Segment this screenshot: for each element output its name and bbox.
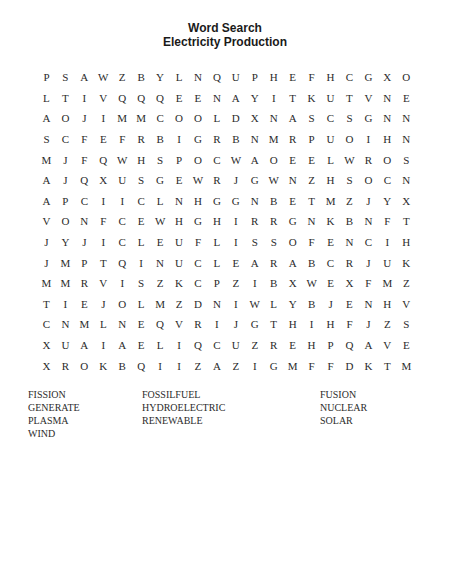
grid-cell-r11c20: Z bbox=[397, 273, 416, 294]
grid-cell-r3c16: C bbox=[321, 108, 340, 129]
grid-cell-r9c14: O bbox=[283, 232, 302, 253]
grid-cell-r11c8: K bbox=[170, 273, 189, 294]
grid-cell-r3c17: S bbox=[340, 108, 359, 129]
grid-cell-r12c4: J bbox=[94, 294, 113, 315]
grid-cell-r1c11: U bbox=[226, 67, 245, 88]
grid-cell-r11c18: F bbox=[359, 273, 378, 294]
grid-cell-r3c7: C bbox=[151, 108, 170, 129]
page-title: Word Search Electricity Production bbox=[0, 21, 450, 49]
word-list-item: FISSION bbox=[28, 388, 80, 401]
grid-cell-r13c16: H bbox=[321, 314, 340, 335]
grid-cell-r2c1: L bbox=[37, 88, 56, 109]
title-line-2: Electricity Production bbox=[0, 35, 450, 49]
grid-cell-r7c6: C bbox=[132, 191, 151, 212]
grid-cell-r10c4: T bbox=[94, 252, 113, 273]
grid-cell-r1c5: Z bbox=[113, 67, 132, 88]
grid-cell-r1c19: X bbox=[378, 67, 397, 88]
grid-cell-r13c17: F bbox=[340, 314, 359, 335]
grid-cell-r8c4: F bbox=[94, 211, 113, 232]
grid-cell-r7c4: I bbox=[94, 191, 113, 212]
grid-cell-r15c14: M bbox=[283, 355, 302, 376]
grid-cell-r1c15: F bbox=[302, 67, 321, 88]
grid-cell-r6c15: Z bbox=[302, 170, 321, 191]
grid-cell-r12c10: N bbox=[207, 294, 226, 315]
grid-cell-r12c3: E bbox=[75, 294, 94, 315]
grid-cell-r6c12: G bbox=[245, 170, 264, 191]
grid-cell-r8c20: T bbox=[397, 211, 416, 232]
grid-cell-r7c19: Y bbox=[378, 191, 397, 212]
grid-cell-r2c8: E bbox=[170, 88, 189, 109]
grid-cell-r10c19: U bbox=[378, 252, 397, 273]
grid-cell-r3c6: M bbox=[132, 108, 151, 129]
grid-cell-r6c13: W bbox=[264, 170, 283, 191]
grid-cell-r3c12: X bbox=[245, 108, 264, 129]
grid-cell-r5c18: R bbox=[359, 149, 378, 170]
word-search-grid: PSAWZBYLNQUPHEFHCGXOLTIVQQQEENAYITKUTVNE… bbox=[37, 67, 416, 376]
grid-cell-r1c16: H bbox=[321, 67, 340, 88]
grid-cell-r14c18: A bbox=[359, 335, 378, 356]
grid-cell-r1c9: N bbox=[189, 67, 208, 88]
grid-cell-r7c15: T bbox=[302, 191, 321, 212]
grid-cell-r3c2: O bbox=[56, 108, 75, 129]
grid-cell-r4c7: B bbox=[151, 129, 170, 150]
grid-cell-r11c11: Z bbox=[226, 273, 245, 294]
grid-cell-r13c14: H bbox=[283, 314, 302, 335]
grid-cell-r3c15: S bbox=[302, 108, 321, 129]
grid-cell-r12c18: N bbox=[359, 294, 378, 315]
grid-cell-r11c14: X bbox=[283, 273, 302, 294]
grid-cell-r4c10: R bbox=[207, 129, 226, 150]
grid-cell-r1c13: H bbox=[264, 67, 283, 88]
grid-cell-r5c15: E bbox=[302, 149, 321, 170]
grid-cell-r8c9: G bbox=[189, 211, 208, 232]
grid-cell-r8c19: F bbox=[378, 211, 397, 232]
grid-cell-r13c3: M bbox=[75, 314, 94, 335]
grid-cell-r14c15: H bbox=[302, 335, 321, 356]
grid-cell-r6c5: U bbox=[113, 170, 132, 191]
grid-cell-r13c10: I bbox=[207, 314, 226, 335]
word-list: FISSIONGENERATEPLASMAWIND FOSSILFUELHYDR… bbox=[0, 388, 450, 448]
grid-cell-r5c1: M bbox=[37, 149, 56, 170]
grid-cell-r14c2: U bbox=[56, 335, 75, 356]
grid-cell-r13c11: J bbox=[226, 314, 245, 335]
grid-cell-r4c13: M bbox=[264, 129, 283, 150]
grid-cell-r6c8: E bbox=[170, 170, 189, 191]
grid-cell-r7c17: Z bbox=[340, 191, 359, 212]
word-list-column-3: FUSIONNUCLEARSOLAR bbox=[320, 388, 367, 427]
grid-cell-r9c9: F bbox=[189, 232, 208, 253]
grid-cell-r9c6: L bbox=[132, 232, 151, 253]
grid-cell-r9c18: C bbox=[359, 232, 378, 253]
grid-cell-r14c1: X bbox=[37, 335, 56, 356]
grid-cell-r4c12: N bbox=[245, 129, 264, 150]
grid-cell-r12c15: B bbox=[302, 294, 321, 315]
grid-cell-r3c8: O bbox=[170, 108, 189, 129]
grid-cell-r4c8: I bbox=[170, 129, 189, 150]
grid-cell-r7c16: M bbox=[321, 191, 340, 212]
grid-cell-r11c5: I bbox=[113, 273, 132, 294]
grid-cell-r3c1: A bbox=[37, 108, 56, 129]
grid-cell-r1c4: W bbox=[94, 67, 113, 88]
grid-cell-r12c11: I bbox=[226, 294, 245, 315]
grid-cell-r4c11: B bbox=[226, 129, 245, 150]
grid-cell-r5c14: E bbox=[283, 149, 302, 170]
grid-cell-r11c15: W bbox=[302, 273, 321, 294]
grid-cell-r15c11: Z bbox=[226, 355, 245, 376]
grid-cell-r14c9: Q bbox=[189, 335, 208, 356]
grid-cell-r12c6: L bbox=[132, 294, 151, 315]
grid-cell-r1c18: G bbox=[359, 67, 378, 88]
grid-cell-r10c3: P bbox=[75, 252, 94, 273]
grid-cell-r9c8: U bbox=[170, 232, 189, 253]
grid-cell-r3c3: J bbox=[75, 108, 94, 129]
grid-cell-r5c7: S bbox=[151, 149, 170, 170]
word-list-item: SOLAR bbox=[320, 414, 367, 427]
grid-cell-r14c7: L bbox=[151, 335, 170, 356]
grid-cell-r15c17: D bbox=[340, 355, 359, 376]
grid-cell-r1c8: L bbox=[170, 67, 189, 88]
grid-cell-r5c13: O bbox=[264, 149, 283, 170]
word-list-item: HYDROELECTRIC bbox=[142, 401, 225, 414]
grid-cell-r8c12: R bbox=[245, 211, 264, 232]
grid-cell-r15c3: O bbox=[75, 355, 94, 376]
grid-cell-r7c3: C bbox=[75, 191, 94, 212]
grid-cell-r14c19: V bbox=[378, 335, 397, 356]
grid-cell-r13c7: Q bbox=[151, 314, 170, 335]
grid-cell-r11c6: S bbox=[132, 273, 151, 294]
grid-cell-r3c11: D bbox=[226, 108, 245, 129]
grid-cell-r10c8: U bbox=[170, 252, 189, 273]
grid-cell-r1c7: Y bbox=[151, 67, 170, 88]
grid-cell-r15c10: A bbox=[207, 355, 226, 376]
grid-cell-r8c16: K bbox=[321, 211, 340, 232]
grid-cell-r5c8: P bbox=[170, 149, 189, 170]
grid-cell-r3c13: N bbox=[264, 108, 283, 129]
grid-cell-r8c7: W bbox=[151, 211, 170, 232]
grid-cell-r12c9: D bbox=[189, 294, 208, 315]
grid-cell-r5c6: H bbox=[132, 149, 151, 170]
grid-cell-r7c2: P bbox=[56, 191, 75, 212]
grid-cell-r1c10: Q bbox=[207, 67, 226, 88]
grid-cell-r10c10: L bbox=[207, 252, 226, 273]
grid-cell-r13c1: C bbox=[37, 314, 56, 335]
grid-cell-r2c14: T bbox=[283, 88, 302, 109]
grid-cell-r12c8: Z bbox=[170, 294, 189, 315]
grid-cell-r14c16: P bbox=[321, 335, 340, 356]
grid-cell-r10c7: N bbox=[151, 252, 170, 273]
grid-cell-r5c4: Q bbox=[94, 149, 113, 170]
word-list-item: FUSION bbox=[320, 388, 367, 401]
grid-cell-r5c2: J bbox=[56, 149, 75, 170]
grid-cell-r12c1: T bbox=[37, 294, 56, 315]
grid-cell-r6c3: Q bbox=[75, 170, 94, 191]
grid-cell-r6c7: G bbox=[151, 170, 170, 191]
grid-cell-r2c3: I bbox=[75, 88, 94, 109]
grid-cell-r14c3: A bbox=[75, 335, 94, 356]
grid-cell-r9c17: N bbox=[340, 232, 359, 253]
grid-cell-r8c18: N bbox=[359, 211, 378, 232]
grid-cell-r15c2: R bbox=[56, 355, 75, 376]
grid-cell-r13c19: Z bbox=[378, 314, 397, 335]
grid-cell-r10c12: A bbox=[245, 252, 264, 273]
grid-cell-r9c19: I bbox=[378, 232, 397, 253]
grid-cell-r6c16: H bbox=[321, 170, 340, 191]
grid-cell-r4c17: O bbox=[340, 129, 359, 150]
grid-cell-r2c12: Y bbox=[245, 88, 264, 109]
grid-cell-r15c18: K bbox=[359, 355, 378, 376]
grid-cell-r15c7: I bbox=[151, 355, 170, 376]
grid-cell-r1c2: S bbox=[56, 67, 75, 88]
grid-cell-r14c14: E bbox=[283, 335, 302, 356]
word-list-item: NUCLEAR bbox=[320, 401, 367, 414]
grid-cell-r12c20: V bbox=[397, 294, 416, 315]
grid-cell-r11c1: M bbox=[37, 273, 56, 294]
grid-cell-r14c11: U bbox=[226, 335, 245, 356]
grid-cell-r1c1: P bbox=[37, 67, 56, 88]
grid-cell-r6c4: X bbox=[94, 170, 113, 191]
grid-cell-r6c2: J bbox=[56, 170, 75, 191]
grid-cell-r8c8: H bbox=[170, 211, 189, 232]
grid-cell-r15c5: B bbox=[113, 355, 132, 376]
grid-cell-r2c20: E bbox=[397, 88, 416, 109]
grid-cell-r6c9: W bbox=[189, 170, 208, 191]
grid-cell-r12c17: E bbox=[340, 294, 359, 315]
grid-cell-r12c5: O bbox=[113, 294, 132, 315]
grid-cell-r8c6: E bbox=[132, 211, 151, 232]
grid-cell-r4c1: S bbox=[37, 129, 56, 150]
grid-cell-r15c4: K bbox=[94, 355, 113, 376]
grid-cell-r9c7: E bbox=[151, 232, 170, 253]
grid-cell-r9c5: C bbox=[113, 232, 132, 253]
grid-cell-r14c5: A bbox=[113, 335, 132, 356]
grid-cell-r4c6: R bbox=[132, 129, 151, 150]
grid-cell-r11c19: M bbox=[378, 273, 397, 294]
grid-cell-r8c15: N bbox=[302, 211, 321, 232]
grid-cell-r5c17: W bbox=[340, 149, 359, 170]
grid-cell-r1c6: B bbox=[132, 67, 151, 88]
grid-cell-r8c2: O bbox=[56, 211, 75, 232]
grid-cell-r2c15: K bbox=[302, 88, 321, 109]
word-search-page: Word Search Electricity Production PSAWZ… bbox=[0, 0, 450, 582]
grid-cell-r15c15: F bbox=[302, 355, 321, 376]
title-line-1: Word Search bbox=[0, 21, 450, 35]
grid-cell-r14c12: Z bbox=[245, 335, 264, 356]
grid-cell-r4c2: C bbox=[56, 129, 75, 150]
grid-cell-r8c11: I bbox=[226, 211, 245, 232]
grid-cell-r7c14: E bbox=[283, 191, 302, 212]
grid-cell-r11c17: X bbox=[340, 273, 359, 294]
grid-cell-r2c11: A bbox=[226, 88, 245, 109]
grid-cell-r9c10: L bbox=[207, 232, 226, 253]
grid-cell-r5c5: W bbox=[113, 149, 132, 170]
grid-cell-r6c14: N bbox=[283, 170, 302, 191]
grid-cell-r6c20: N bbox=[397, 170, 416, 191]
grid-cell-r10c13: R bbox=[264, 252, 283, 273]
grid-cell-r12c7: M bbox=[151, 294, 170, 315]
grid-cell-r13c8: V bbox=[170, 314, 189, 335]
grid-cell-r4c3: F bbox=[75, 129, 94, 150]
grid-cell-r3c20: N bbox=[397, 108, 416, 129]
grid-cell-r5c19: O bbox=[378, 149, 397, 170]
grid-cell-r13c6: E bbox=[132, 314, 151, 335]
grid-cell-r4c9: G bbox=[189, 129, 208, 150]
grid-cell-r10c5: Q bbox=[113, 252, 132, 273]
grid-cell-r6c19: C bbox=[378, 170, 397, 191]
grid-cell-r10c17: R bbox=[340, 252, 359, 273]
grid-cell-r1c12: P bbox=[245, 67, 264, 88]
grid-cell-r10c2: M bbox=[56, 252, 75, 273]
grid-cell-r11c7: Z bbox=[151, 273, 170, 294]
grid-cell-r14c6: E bbox=[132, 335, 151, 356]
grid-cell-r6c10: R bbox=[207, 170, 226, 191]
grid-cell-r2c19: N bbox=[378, 88, 397, 109]
grid-cell-r2c4: V bbox=[94, 88, 113, 109]
grid-cell-r7c20: X bbox=[397, 191, 416, 212]
grid-cell-r15c12: I bbox=[245, 355, 264, 376]
grid-cell-r11c3: R bbox=[75, 273, 94, 294]
grid-cell-r11c9: C bbox=[189, 273, 208, 294]
word-list-item: WIND bbox=[28, 427, 80, 440]
grid-cell-r4c15: P bbox=[302, 129, 321, 150]
grid-cell-r11c10: P bbox=[207, 273, 226, 294]
grid-cell-r1c14: E bbox=[283, 67, 302, 88]
grid-cell-r6c17: S bbox=[340, 170, 359, 191]
grid-cell-r10c14: A bbox=[283, 252, 302, 273]
grid-cell-r2c2: T bbox=[56, 88, 75, 109]
grid-cell-r9c15: F bbox=[302, 232, 321, 253]
grid-cell-r8c14: G bbox=[283, 211, 302, 232]
grid-cell-r3c5: M bbox=[113, 108, 132, 129]
grid-cell-r13c20: S bbox=[397, 314, 416, 335]
grid-cell-r7c8: N bbox=[170, 191, 189, 212]
grid-cell-r14c17: Q bbox=[340, 335, 359, 356]
grid-cell-r7c18: J bbox=[359, 191, 378, 212]
grid-cell-r13c12: G bbox=[245, 314, 264, 335]
word-list-column-2: FOSSILFUELHYDROELECTRICRENEWABLE bbox=[142, 388, 225, 427]
grid-cell-r15c9: Z bbox=[189, 355, 208, 376]
word-list-item: RENEWABLE bbox=[142, 414, 225, 427]
grid-cell-r15c20: M bbox=[397, 355, 416, 376]
grid-cell-r13c9: R bbox=[189, 314, 208, 335]
grid-cell-r3c9: O bbox=[189, 108, 208, 129]
grid-cell-r3c14: A bbox=[283, 108, 302, 129]
grid-cell-r7c1: A bbox=[37, 191, 56, 212]
grid-cell-r4c19: H bbox=[378, 129, 397, 150]
grid-cell-r5c3: F bbox=[75, 149, 94, 170]
grid-cell-r1c20: O bbox=[397, 67, 416, 88]
grid-cell-r13c5: N bbox=[113, 314, 132, 335]
grid-cell-r14c20: E bbox=[397, 335, 416, 356]
grid-cell-r4c14: R bbox=[283, 129, 302, 150]
grid-cell-r10c6: I bbox=[132, 252, 151, 273]
grid-cell-r13c13: T bbox=[264, 314, 283, 335]
grid-cell-r4c4: E bbox=[94, 129, 113, 150]
grid-cell-r2c13: I bbox=[264, 88, 283, 109]
grid-cell-r5c20: S bbox=[397, 149, 416, 170]
grid-cell-r9c2: Y bbox=[56, 232, 75, 253]
grid-cell-r10c1: J bbox=[37, 252, 56, 273]
grid-cell-r7c12: N bbox=[245, 191, 264, 212]
grid-cell-r11c16: E bbox=[321, 273, 340, 294]
grid-cell-r15c8: I bbox=[170, 355, 189, 376]
grid-cell-r6c11: J bbox=[226, 170, 245, 191]
grid-cell-r9c3: J bbox=[75, 232, 94, 253]
grid-cell-r4c5: F bbox=[113, 129, 132, 150]
grid-cell-r15c13: G bbox=[264, 355, 283, 376]
grid-cell-r10c9: C bbox=[189, 252, 208, 273]
grid-cell-r2c10: N bbox=[207, 88, 226, 109]
grid-cell-r3c19: N bbox=[378, 108, 397, 129]
grid-cell-r4c16: U bbox=[321, 129, 340, 150]
grid-cell-r5c16: L bbox=[321, 149, 340, 170]
grid-cell-r7c10: G bbox=[207, 191, 226, 212]
grid-cell-r11c12: I bbox=[245, 273, 264, 294]
grid-cell-r9c12: S bbox=[245, 232, 264, 253]
grid-cell-r12c13: L bbox=[264, 294, 283, 315]
grid-cell-r2c16: U bbox=[321, 88, 340, 109]
grid-cell-r8c10: H bbox=[207, 211, 226, 232]
grid-cell-r7c9: H bbox=[189, 191, 208, 212]
grid-cell-r10c15: B bbox=[302, 252, 321, 273]
grid-cell-r9c4: I bbox=[94, 232, 113, 253]
grid-cell-r12c19: H bbox=[378, 294, 397, 315]
grid-cell-r9c20: H bbox=[397, 232, 416, 253]
grid-cell-r13c18: J bbox=[359, 314, 378, 335]
grid-cell-r3c10: L bbox=[207, 108, 226, 129]
grid-cell-r14c4: I bbox=[94, 335, 113, 356]
grid-cell-r12c2: I bbox=[56, 294, 75, 315]
grid-cell-r5c11: W bbox=[226, 149, 245, 170]
grid-cell-r5c12: A bbox=[245, 149, 264, 170]
grid-cell-r13c15: I bbox=[302, 314, 321, 335]
grid-cell-r3c4: I bbox=[94, 108, 113, 129]
grid-cell-r7c5: I bbox=[113, 191, 132, 212]
grid-cell-r7c13: B bbox=[264, 191, 283, 212]
grid-cell-r8c13: R bbox=[264, 211, 283, 232]
grid-cell-r8c17: B bbox=[340, 211, 359, 232]
grid-cell-r9c1: J bbox=[37, 232, 56, 253]
grid-cell-r14c8: I bbox=[170, 335, 189, 356]
grid-cell-r8c5: C bbox=[113, 211, 132, 232]
grid-cell-r6c18: O bbox=[359, 170, 378, 191]
grid-cell-r8c1: V bbox=[37, 211, 56, 232]
grid-cell-r4c20: N bbox=[397, 129, 416, 150]
grid-cell-r1c17: C bbox=[340, 67, 359, 88]
grid-cell-r11c4: V bbox=[94, 273, 113, 294]
grid-cell-r12c16: J bbox=[321, 294, 340, 315]
grid-cell-r10c11: E bbox=[226, 252, 245, 273]
grid-cell-r9c16: E bbox=[321, 232, 340, 253]
grid-cell-r15c1: X bbox=[37, 355, 56, 376]
grid-cell-r2c7: Q bbox=[151, 88, 170, 109]
grid-cell-r14c13: R bbox=[264, 335, 283, 356]
grid-cell-r10c18: J bbox=[359, 252, 378, 273]
grid-cell-r2c18: V bbox=[359, 88, 378, 109]
grid-cell-r6c1: A bbox=[37, 170, 56, 191]
word-list-item: PLASMA bbox=[28, 414, 80, 427]
grid-cell-r3c18: G bbox=[359, 108, 378, 129]
grid-cell-r15c6: Q bbox=[132, 355, 151, 376]
word-list-column-1: FISSIONGENERATEPLASMAWIND bbox=[28, 388, 80, 440]
grid-cell-r15c16: F bbox=[321, 355, 340, 376]
grid-cell-r5c9: O bbox=[189, 149, 208, 170]
grid-cell-r2c6: Q bbox=[132, 88, 151, 109]
grid-cell-r2c5: Q bbox=[113, 88, 132, 109]
grid-cell-r1c3: A bbox=[75, 67, 94, 88]
grid-cell-r2c9: E bbox=[189, 88, 208, 109]
grid-cell-r14c10: C bbox=[207, 335, 226, 356]
word-list-item: GENERATE bbox=[28, 401, 80, 414]
